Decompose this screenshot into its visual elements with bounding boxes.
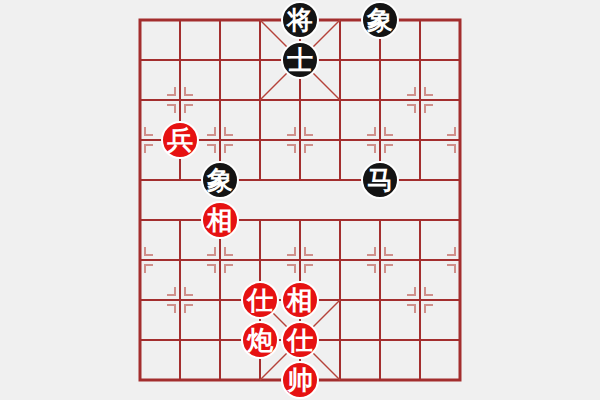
- xiangqi-board: 将象士兵象马相仕相炮仕帅: [0, 0, 600, 400]
- board-cell: 相: [280, 280, 320, 320]
- board-cell: 相: [200, 200, 240, 240]
- board-cell: 象: [200, 160, 240, 200]
- board-cell: 马: [360, 160, 400, 200]
- board-cell: 将: [280, 0, 320, 40]
- board-cell: 兵: [160, 120, 200, 160]
- red-cannon[interactable]: 炮: [241, 321, 279, 359]
- red-general[interactable]: 帅: [281, 361, 319, 399]
- red-advisor[interactable]: 仕: [281, 321, 319, 359]
- board-cell: 象: [360, 0, 400, 40]
- board-cell: 帅: [280, 360, 320, 400]
- red-elephant[interactable]: 相: [281, 281, 319, 319]
- board-cell: 仕: [240, 280, 280, 320]
- black-elephant[interactable]: 象: [201, 161, 239, 199]
- red-pawn[interactable]: 兵: [161, 121, 199, 159]
- black-advisor[interactable]: 士: [281, 41, 319, 79]
- black-elephant[interactable]: 象: [361, 1, 399, 39]
- board-cell: 仕: [280, 320, 320, 360]
- board-intersections-grid: 将象士兵象马相仕相炮仕帅: [120, 0, 480, 400]
- board-cell: 炮: [240, 320, 280, 360]
- red-advisor[interactable]: 仕: [241, 281, 279, 319]
- red-elephant[interactable]: 相: [201, 201, 239, 239]
- black-horse[interactable]: 马: [361, 161, 399, 199]
- board-cell: 士: [280, 40, 320, 80]
- black-general[interactable]: 将: [281, 1, 319, 39]
